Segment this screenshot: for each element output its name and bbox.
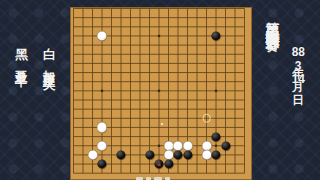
hoshi-point	[158, 35, 161, 38]
hoshi-point	[215, 90, 218, 93]
circle-marker	[202, 114, 211, 123]
hoshi-point	[158, 144, 161, 147]
white-player-name: 加藤正夫	[40, 60, 57, 70]
event-date-part: 88	[291, 46, 305, 58]
broadcast-frame: 黑 聂卫平 白 加藤正夫 ▲ 第三届中日围棋擂台赛 88年3月14日	[0, 0, 320, 180]
hoshi-point	[101, 90, 104, 93]
caption-fragment	[154, 177, 162, 180]
hoshi-point	[158, 90, 161, 93]
event-title: 第三届中日围棋擂台赛	[264, 11, 282, 27]
hoshi-point	[215, 144, 218, 147]
black-player-label: 黑	[12, 38, 30, 40]
clipped-caption-hint	[136, 177, 182, 180]
white-speck-artifact	[161, 123, 163, 125]
caption-fragment	[146, 177, 151, 180]
white-player-label: 白	[40, 38, 58, 40]
caption-fragment	[165, 177, 170, 180]
black-player-name: 聂卫平	[12, 60, 29, 68]
go-board: ▲	[70, 7, 252, 180]
event-date: 88年3月14日	[289, 46, 306, 87]
event-date-part: 日	[291, 85, 305, 87]
triangle-mark: ▲	[156, 161, 162, 167]
event-date-part: 3	[291, 60, 305, 72]
caption-fragment	[136, 177, 143, 180]
event-date-part: 14	[291, 73, 305, 85]
